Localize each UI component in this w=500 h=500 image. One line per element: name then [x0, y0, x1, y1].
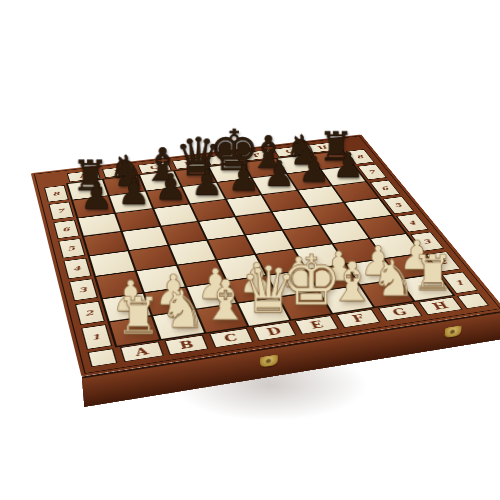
coord-number-left-5: 5: [58, 238, 85, 258]
piece-white-knight-b1[interactable]: ♞: [159, 283, 206, 336]
square-a1[interactable]: ♜: [110, 316, 160, 346]
piece-black-pawn-f7[interactable]: ♟: [263, 156, 295, 192]
photo-stage: AABBCCDDEEFFGGHH8877665544332211 ♜♞♝♛♚♝♞…: [0, 0, 500, 500]
piece-black-pawn-c7[interactable]: ♟: [154, 169, 187, 205]
coord-number-left-8: 8: [44, 185, 69, 202]
coord-number-left-7: 7: [48, 202, 74, 220]
brass-latch-icon: [445, 325, 463, 338]
piece-black-pawn-g7[interactable]: ♟: [298, 152, 330, 187]
piece-black-pawn-b7[interactable]: ♟: [117, 173, 150, 210]
piece-black-pawn-a7[interactable]: ♟: [79, 178, 112, 215]
coord-corner: [457, 293, 489, 309]
coord-number-left-3: 3: [68, 279, 97, 301]
square-a5[interactable]: [84, 232, 127, 255]
coord-number-left-1: 1: [81, 324, 112, 349]
piece-black-pawn-d7[interactable]: ♟: [191, 164, 223, 200]
brass-latch-icon: [260, 354, 278, 367]
square-c5[interactable]: [161, 222, 205, 245]
square-d5[interactable]: [199, 217, 244, 239]
coord-corner: [88, 348, 118, 367]
coord-number-left-2: 2: [74, 301, 104, 325]
square-e5[interactable]: [236, 212, 281, 234]
square-a7[interactable]: ♟: [73, 196, 114, 217]
square-f6[interactable]: [263, 191, 307, 212]
square-c6[interactable]: [154, 204, 197, 226]
coord-number-left-4: 4: [63, 258, 91, 279]
playing-grid: ♜♞♝♛♚♝♞♜♟♟♟♟♟♟♟♟♟♟♟♟♟♟♟♟♜♞♝♛♚♝♞♜: [66, 150, 456, 347]
square-d6[interactable]: [191, 200, 234, 221]
piece-white-rook-h1[interactable]: ♜: [412, 249, 455, 297]
piece-white-bishop-c1[interactable]: ♝: [201, 273, 251, 329]
piece-white-knight-g1[interactable]: ♞: [371, 253, 416, 304]
square-b6[interactable]: [116, 209, 159, 231]
square-b7[interactable]: ♟: [110, 192, 151, 213]
chess-board: AABBCCDDEEFFGGHH8877665544332211 ♜♞♝♛♚♝♞…: [31, 134, 500, 376]
square-c7[interactable]: ♟: [147, 187, 189, 207]
square-e6[interactable]: [227, 195, 271, 216]
coord-number-left-6: 6: [53, 220, 79, 239]
board-top-surface: AABBCCDDEEFFGGHH8877665544332211 ♜♞♝♛♚♝♞…: [31, 134, 500, 376]
square-e7[interactable]: ♟: [218, 179, 260, 199]
piece-white-rook-a1[interactable]: ♜: [115, 291, 161, 342]
square-d7[interactable]: ♟: [182, 183, 224, 203]
piece-black-pawn-e7[interactable]: ♟: [227, 160, 259, 196]
